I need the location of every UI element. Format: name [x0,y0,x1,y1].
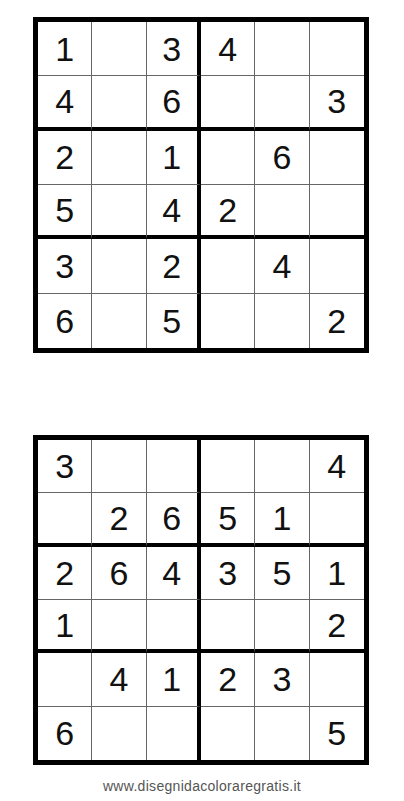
puzzle-1-cell-r2c1: 4 [38,76,92,130]
given-digit: 6 [55,304,74,338]
given-digit: 2 [327,608,346,642]
given-digit: 6 [162,501,181,535]
puzzle-2-cell-r4c5 [255,600,309,653]
puzzle-1-cell-r3c1: 2 [38,131,92,185]
puzzle-2-cell-r1c3 [147,440,201,493]
puzzle-2-cell-r2c1 [38,493,92,546]
puzzle-1-cell-r3c5: 6 [255,131,309,185]
given-digit: 5 [162,304,181,338]
puzzle-1-cell-r1c3: 3 [147,22,201,76]
puzzle-1-cell-r4c5 [255,185,309,239]
given-digit: 2 [55,556,74,590]
puzzle-1-cell-r4c2 [92,185,146,239]
puzzle-2-cell-r2c6 [310,493,364,546]
given-digit: 4 [327,449,346,483]
given-digit: 1 [162,140,181,174]
puzzle-1-cell-r6c2 [92,294,146,348]
puzzle-2-cell-r2c2: 2 [92,493,146,546]
puzzle-2-cell-r3c4: 3 [201,547,255,600]
puzzle-1-cell-r5c1: 3 [38,239,92,293]
puzzle-1-cell-r2c4 [201,76,255,130]
sudoku-board-2: 34265126435112412365 [33,435,369,765]
given-digit: 6 [162,84,181,118]
given-digit: 2 [327,304,346,338]
puzzle-2-cell-r5c4: 2 [201,653,255,706]
puzzle-1-cell-r1c4: 4 [201,22,255,76]
puzzle-2-cell-r2c3: 6 [147,493,201,546]
given-digit: 5 [55,193,74,227]
puzzle-2-cell-r4c3 [147,600,201,653]
puzzle-2-cell-r6c4 [201,707,255,760]
puzzle-2-cell-r6c3 [147,707,201,760]
given-digit: 6 [55,716,74,750]
puzzle-2-cell-r4c6: 2 [310,600,364,653]
puzzle-1-cell-r6c6: 2 [310,294,364,348]
puzzle-2-cell-r3c6: 1 [310,547,364,600]
puzzle-1-cell-r3c2 [92,131,146,185]
puzzle-1-cell-r3c4 [201,131,255,185]
given-digit: 4 [218,32,237,66]
puzzle-2-cell-r5c6 [310,653,364,706]
puzzle-2-cell-r1c2 [92,440,146,493]
sudoku-board-1: 134463216542324652 [33,17,369,353]
puzzle-1-cell-r4c1: 5 [38,185,92,239]
given-digit: 3 [162,32,181,66]
puzzle-2-cell-r4c1: 1 [38,600,92,653]
puzzle-2-cell-r3c3: 4 [147,547,201,600]
puzzle-1-cell-r6c3: 5 [147,294,201,348]
puzzle-2-cell-r6c1: 6 [38,707,92,760]
given-digit: 1 [273,501,292,535]
given-digit: 3 [55,449,74,483]
puzzle-1-cell-r1c2 [92,22,146,76]
puzzle-2-cell-r2c4: 5 [201,493,255,546]
given-digit: 5 [218,501,237,535]
given-digit: 4 [162,193,181,227]
puzzle-2-cell-r6c6: 5 [310,707,364,760]
given-digit: 5 [327,716,346,750]
given-digit: 6 [273,140,292,174]
puzzle-2-cell-r3c5: 5 [255,547,309,600]
given-digit: 6 [110,556,129,590]
puzzle-2-cell-r1c4 [201,440,255,493]
puzzle-1-cell-r2c6: 3 [310,76,364,130]
puzzle-2-cell-r5c5: 3 [255,653,309,706]
puzzle-1-cell-r5c6 [310,239,364,293]
puzzle-1-cell-r2c2 [92,76,146,130]
puzzle-2-cell-r5c2: 4 [92,653,146,706]
puzzle-2-cell-r5c1 [38,653,92,706]
puzzle-1-cell-r4c3: 4 [147,185,201,239]
given-digit: 1 [162,662,181,696]
given-digit: 4 [273,249,292,283]
puzzle-1-cell-r1c1: 1 [38,22,92,76]
puzzle-2-cell-r4c2 [92,600,146,653]
puzzle-1-cell-r4c6 [310,185,364,239]
puzzle-1-cell-r6c1: 6 [38,294,92,348]
given-digit: 2 [55,140,74,174]
puzzle-2-cell-r1c5 [255,440,309,493]
puzzle-2-cell-r6c5 [255,707,309,760]
given-digit: 2 [218,662,237,696]
given-digit: 3 [327,84,346,118]
given-digit: 2 [110,501,129,535]
given-digit: 1 [55,32,74,66]
given-digit: 4 [162,556,181,590]
given-digit: 3 [55,249,74,283]
given-digit: 4 [110,662,129,696]
puzzle-1-cell-r3c6 [310,131,364,185]
puzzle-1-cell-r3c3: 1 [147,131,201,185]
puzzle-1-cell-r1c5 [255,22,309,76]
puzzle-1-cell-r5c5: 4 [255,239,309,293]
puzzle-1-cell-r4c4: 2 [201,185,255,239]
puzzle-2-cell-r6c2 [92,707,146,760]
puzzle-1-cell-r1c6 [310,22,364,76]
given-digit: 1 [327,556,346,590]
puzzle-2-cell-r1c1: 3 [38,440,92,493]
puzzle-2-cell-r1c6: 4 [310,440,364,493]
given-digit: 3 [218,556,237,590]
puzzle-2-cell-r4c4 [201,600,255,653]
puzzle-2-cell-r3c2: 6 [92,547,146,600]
puzzle-2-cell-r2c5: 1 [255,493,309,546]
puzzle-2-cell-r5c3: 1 [147,653,201,706]
given-digit: 2 [162,249,181,283]
puzzle-1-cell-r2c3: 6 [147,76,201,130]
puzzle-1-cell-r5c2 [92,239,146,293]
given-digit: 3 [273,662,292,696]
puzzle-1-cell-r6c4 [201,294,255,348]
puzzle-2-cell-r3c1: 2 [38,547,92,600]
given-digit: 4 [55,84,74,118]
puzzle-1-cell-r5c4 [201,239,255,293]
puzzle-1-cell-r5c3: 2 [147,239,201,293]
puzzle-1-cell-r2c5 [255,76,309,130]
puzzle-1-cell-r6c5 [255,294,309,348]
watermark-url: www.disegnidacoloraregratis.it [0,778,404,794]
given-digit: 2 [218,193,237,227]
given-digit: 5 [273,556,292,590]
given-digit: 1 [55,608,74,642]
